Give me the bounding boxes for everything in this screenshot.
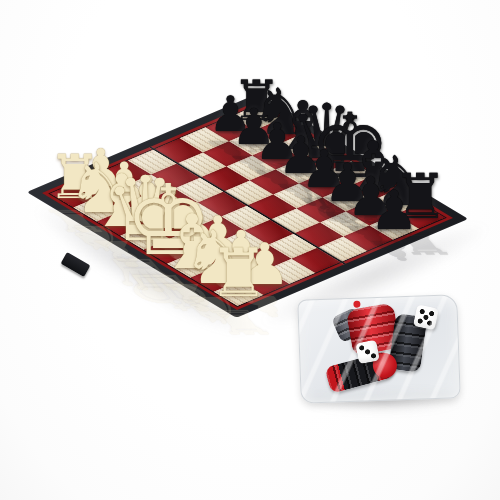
white-die-icon <box>413 304 439 330</box>
white-die-icon <box>355 340 380 365</box>
pieces-layer: ♜♜♞♞♝♝♛♛♚♚♝♝♞♞♜♜♟♟♟♟♟♟♟♟♟♟♟♟♟♟♟♟♟♟♟♟♟♟♟♟… <box>0 0 500 500</box>
bag-label-dot <box>353 301 360 308</box>
chess-set-photo: ♜♜♞♞♝♝♛♛♚♚♝♝♞♞♜♜♟♟♟♟♟♟♟♟♟♟♟♟♟♟♟♟♟♟♟♟♟♟♟♟… <box>0 0 500 500</box>
accessory-bag <box>297 294 461 404</box>
black-pawn-h7: ♟ <box>370 184 419 238</box>
white-rook-h1: ♜ <box>209 240 269 307</box>
